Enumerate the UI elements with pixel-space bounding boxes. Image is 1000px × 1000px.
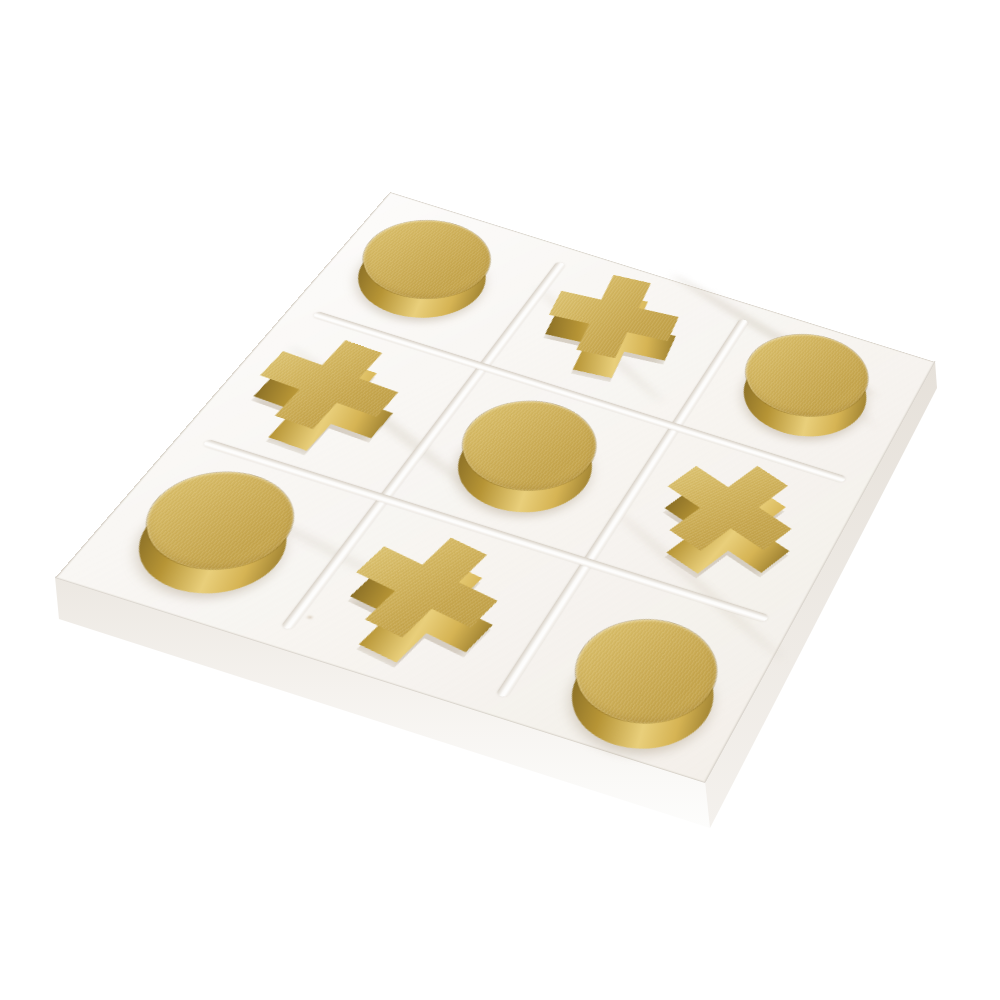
piece-x[interactable] bbox=[531, 263, 695, 370]
piece-x[interactable] bbox=[329, 523, 521, 654]
product-photo bbox=[0, 0, 1000, 1000]
piece-x[interactable] bbox=[236, 327, 420, 443]
piece-o[interactable] bbox=[440, 387, 617, 505]
piece-o[interactable] bbox=[553, 604, 738, 739]
piece-x[interactable] bbox=[643, 449, 813, 569]
piece-o[interactable] bbox=[119, 457, 318, 585]
piece-o[interactable] bbox=[341, 207, 511, 312]
